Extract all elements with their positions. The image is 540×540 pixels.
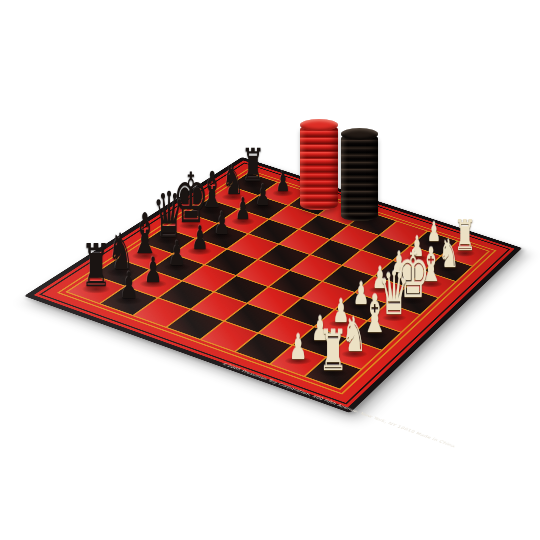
product-photo-scene: ©2005 Pressman Toy Corporation, 200 Fift…	[0, 0, 540, 540]
black-checkers-stack	[341, 133, 378, 221]
board-grid	[65, 172, 490, 390]
chess-board: ©2005 Pressman Toy Corporation, 200 Fift…	[24, 157, 522, 413]
red-checkers-stack	[300, 124, 338, 210]
